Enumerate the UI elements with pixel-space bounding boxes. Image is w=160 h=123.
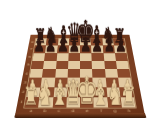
square-e8: ♚: [80, 39, 91, 46]
square-e3: [80, 78, 93, 87]
square-b5: [43, 61, 56, 69]
square-d7: ♟: [68, 46, 80, 53]
square-h2: ♟: [119, 87, 134, 97]
file-labels: abcdefgh: [23, 108, 136, 114]
piece-black-knight: ♞: [45, 25, 59, 47]
rank-label-6: 6: [26, 53, 34, 61]
square-f7: ♟: [91, 46, 103, 53]
square-e6: [80, 53, 92, 61]
file-label-a: a: [23, 108, 38, 114]
square-h5: [116, 61, 129, 69]
piece-white-pawn: ♟: [53, 77, 66, 99]
square-a2: ♟: [26, 87, 41, 97]
square-c7: ♟: [57, 46, 69, 53]
rank-label-8: 8: [29, 39, 37, 46]
square-e5: [80, 61, 92, 69]
square-c3: [54, 78, 67, 87]
square-b2: ♟: [40, 87, 54, 97]
square-d8: ♛: [69, 39, 80, 46]
square-e4: [80, 69, 93, 78]
square-c2: ♟: [53, 87, 67, 97]
square-d5: [68, 61, 80, 69]
piece-white-pawn: ♟: [67, 77, 80, 99]
file-label-b: b: [38, 108, 53, 114]
file-label-d: d: [66, 108, 80, 114]
square-f6: [92, 53, 104, 61]
square-g1: ♞: [107, 97, 122, 108]
square-c1: ♝: [52, 97, 66, 108]
square-c5: [56, 61, 69, 69]
square-g6: [103, 53, 116, 61]
square-f5: [92, 61, 105, 69]
square-b3: [41, 78, 55, 87]
square-g4: [105, 69, 118, 78]
board-3d: ♜♞♝♛♚♝♞♜♟♟♟♟♟♟♟♟♟♟♟♟♟♟♟♟♜♞♝♛♚♝♞♜ abcdefg…: [15, 35, 144, 114]
square-h6: [115, 53, 128, 61]
square-c4: [55, 69, 68, 78]
square-b7: ♟: [45, 46, 57, 53]
piece-black-rook: ♜: [113, 26, 125, 46]
square-d3: [67, 78, 80, 87]
square-e1: ♚: [80, 97, 94, 108]
square-a4: [30, 69, 44, 78]
square-f4: [92, 69, 105, 78]
square-h3: [118, 78, 132, 87]
square-g7: ♟: [103, 46, 115, 53]
file-label-g: g: [108, 108, 123, 114]
square-d1: ♛: [66, 97, 80, 108]
square-a1: ♜: [24, 97, 39, 108]
square-h8: ♜: [113, 39, 125, 46]
chess-board: ♜♞♝♛♚♝♞♜♟♟♟♟♟♟♟♟♟♟♟♟♟♟♟♟♜♞♝♛♚♝♞♜: [24, 39, 135, 108]
square-e2: ♟: [80, 87, 93, 97]
file-label-c: c: [52, 108, 66, 114]
square-c8: ♝: [57, 39, 69, 46]
square-g5: [104, 61, 117, 69]
square-d2: ♟: [67, 87, 80, 97]
square-b4: [42, 69, 55, 78]
square-b6: [44, 53, 57, 61]
square-b8: ♞: [46, 39, 58, 46]
square-b1: ♞: [38, 97, 53, 108]
square-c6: [56, 53, 68, 61]
file-label-f: f: [94, 108, 108, 114]
square-e7: ♟: [80, 46, 92, 53]
square-f2: ♟: [93, 87, 107, 97]
square-g2: ♟: [106, 87, 120, 97]
square-g8: ♞: [102, 39, 114, 46]
piece-white-pawn: ♟: [121, 77, 134, 99]
board-frame: ♜♞♝♛♚♝♞♜♟♟♟♟♟♟♟♟♟♟♟♟♟♟♟♟♜♞♝♛♚♝♞♜ abcdefg…: [15, 35, 144, 114]
board-scene: ♜♞♝♛♚♝♞♜♟♟♟♟♟♟♟♟♟♟♟♟♟♟♟♟♜♞♝♛♚♝♞♜ abcdefg…: [0, 0, 160, 123]
file-label-h: h: [122, 108, 137, 114]
square-f3: [93, 78, 106, 87]
piece-white-pawn: ♟: [80, 77, 93, 99]
file-label-e: e: [80, 108, 94, 114]
square-f8: ♝: [91, 39, 103, 46]
square-h1: ♜: [120, 97, 135, 108]
square-h4: [117, 69, 131, 78]
piece-white-pawn: ♟: [94, 77, 107, 99]
square-g3: [105, 78, 119, 87]
square-h7: ♟: [114, 46, 127, 53]
square-a3: [28, 78, 42, 87]
square-d6: [68, 53, 80, 61]
square-f1: ♝: [93, 97, 107, 108]
piece-white-pawn: ♟: [40, 77, 53, 99]
chess-set-photo: ♜♞♝♛♚♝♞♜♟♟♟♟♟♟♟♟♟♟♟♟♟♟♟♟♜♞♝♛♚♝♞♜ abcdefg…: [0, 0, 160, 123]
board-front-edge: [14, 113, 147, 118]
piece-black-rook: ♜: [34, 26, 46, 46]
square-d4: [67, 69, 80, 78]
